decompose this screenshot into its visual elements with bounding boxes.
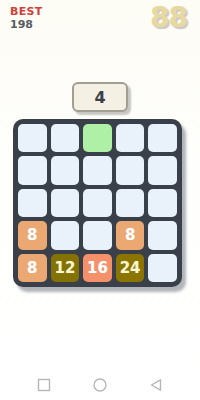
board-cell-r0c1[interactable] bbox=[51, 124, 80, 152]
back-triangle-icon[interactable] bbox=[148, 377, 164, 393]
board-cell-r0c0[interactable] bbox=[18, 124, 47, 152]
board-cell-r2c1[interactable] bbox=[51, 189, 80, 217]
board-cell-r3c2[interactable] bbox=[83, 221, 112, 249]
board-cell-r1c3[interactable] bbox=[116, 156, 145, 184]
board-cell-r1c4[interactable] bbox=[148, 156, 177, 184]
board-cell-r4c1[interactable]: 12 bbox=[51, 254, 80, 282]
board-cell-r0c2[interactable] bbox=[83, 124, 112, 152]
game-screen: BEST 198 88 4 888121624 bbox=[0, 0, 200, 400]
board-cell-r2c4[interactable] bbox=[148, 189, 177, 217]
board-cell-r2c3[interactable] bbox=[116, 189, 145, 217]
best-label: BEST bbox=[10, 6, 43, 19]
board-cell-r4c4[interactable] bbox=[148, 254, 177, 282]
best-score-block: BEST 198 bbox=[10, 6, 43, 31]
board[interactable]: 888121624 bbox=[13, 119, 182, 287]
board-cell-r3c1[interactable] bbox=[51, 221, 80, 249]
next-tile-preview: 4 bbox=[72, 82, 128, 112]
board-cell-r3c3[interactable]: 8 bbox=[116, 221, 145, 249]
board-cell-r2c0[interactable] bbox=[18, 189, 47, 217]
board-cell-r4c2[interactable]: 16 bbox=[83, 254, 112, 282]
current-score: 88 bbox=[150, 1, 187, 34]
board-cell-r4c3[interactable]: 24 bbox=[116, 254, 145, 282]
board-cell-r1c1[interactable] bbox=[51, 156, 80, 184]
next-tile-value: 4 bbox=[94, 88, 105, 107]
board-cell-r1c0[interactable] bbox=[18, 156, 47, 184]
board-cell-r0c4[interactable] bbox=[148, 124, 177, 152]
home-circle-icon[interactable] bbox=[92, 377, 108, 393]
board-cell-r3c0[interactable]: 8 bbox=[18, 221, 47, 249]
android-nav-bar bbox=[0, 370, 200, 400]
board-cell-r1c2[interactable] bbox=[83, 156, 112, 184]
board-cell-r4c0[interactable]: 8 bbox=[18, 254, 47, 282]
board-cell-r0c3[interactable] bbox=[116, 124, 145, 152]
board-cell-r2c2[interactable] bbox=[83, 189, 112, 217]
best-value: 198 bbox=[10, 19, 43, 32]
recents-square-icon[interactable] bbox=[36, 377, 52, 393]
board-cell-r3c4[interactable] bbox=[148, 221, 177, 249]
